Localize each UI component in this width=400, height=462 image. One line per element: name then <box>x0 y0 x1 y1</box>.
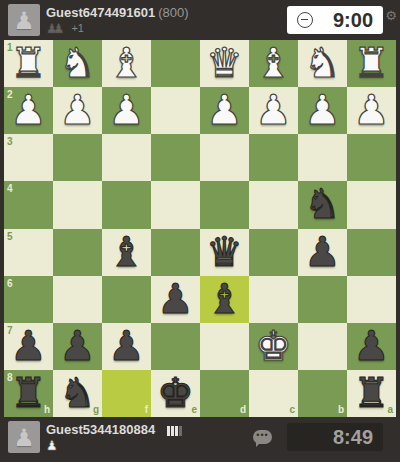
square-c7[interactable]: ♚ <box>249 323 298 370</box>
square-e4[interactable] <box>151 181 200 228</box>
piece-bP-f7[interactable]: ♟ <box>102 323 151 370</box>
file-label-b: b <box>338 404 344 415</box>
square-f2[interactable]: ♟ <box>102 87 151 134</box>
piece-wK-c7[interactable]: ♚ <box>249 323 298 370</box>
connection-signal-icon <box>167 422 183 437</box>
chess-board[interactable]: 1♜♞♝♛♝♞♜2♟♟♟♟♟♟♟34♞5♝♛♟6♟♝7♟♟♟♚♟8h♜g♞fe♚… <box>4 40 396 417</box>
piece-wN-b1[interactable]: ♞ <box>298 40 347 87</box>
clock-icon <box>297 12 313 28</box>
square-g4[interactable] <box>53 181 102 228</box>
piece-bP-a7[interactable]: ♟ <box>347 323 396 370</box>
square-g1[interactable]: ♞ <box>53 40 102 87</box>
square-g8[interactable]: g♞ <box>53 370 102 417</box>
square-e3[interactable] <box>151 134 200 181</box>
piece-bB-d6[interactable]: ♝ <box>200 276 249 323</box>
square-a8[interactable]: a♜ <box>347 370 396 417</box>
piece-bN-b4[interactable]: ♞ <box>298 181 347 228</box>
bottom-player-captured-row: ♟ <box>46 438 58 452</box>
top-player-rating: (800) <box>158 5 188 20</box>
square-d6[interactable]: ♝ <box>200 276 249 323</box>
captured-black-pawn-icon: ♟ <box>53 21 65 36</box>
square-d3[interactable] <box>200 134 249 181</box>
square-g6[interactable] <box>53 276 102 323</box>
square-g7[interactable]: ♟ <box>53 323 102 370</box>
rank-label-6: 6 <box>7 278 13 289</box>
square-d5[interactable]: ♛ <box>200 229 249 276</box>
square-f5[interactable]: ♝ <box>102 229 151 276</box>
piece-bR-h8[interactable]: ♜ <box>4 370 53 417</box>
square-e2[interactable] <box>151 87 200 134</box>
piece-bP-g7[interactable]: ♟ <box>53 323 102 370</box>
piece-wP-d2[interactable]: ♟ <box>200 87 249 134</box>
piece-bP-h7[interactable]: ♟ <box>4 323 53 370</box>
bottom-player-bar: ♟ Guest5344180884 ♟ ••• 8:49 <box>0 417 400 462</box>
piece-bP-b5[interactable]: ♟ <box>298 229 347 276</box>
square-h7[interactable]: 7♟ <box>4 323 53 370</box>
square-h1[interactable]: 1♜ <box>4 40 53 87</box>
piece-wQ-d1[interactable]: ♛ <box>200 40 249 87</box>
piece-wP-b2[interactable]: ♟ <box>298 87 347 134</box>
square-h2[interactable]: 2♟ <box>4 87 53 134</box>
square-c1[interactable]: ♝ <box>249 40 298 87</box>
square-b3[interactable] <box>298 134 347 181</box>
square-d4[interactable] <box>200 181 249 228</box>
square-c5[interactable] <box>249 229 298 276</box>
piece-bP-e6[interactable]: ♟ <box>151 276 200 323</box>
piece-bQ-d5[interactable]: ♛ <box>200 229 249 276</box>
top-player-bar: ♟ Guest6474491601(800) ♟♟ +1 9:00 ⚙ <box>0 0 400 40</box>
square-f1[interactable]: ♝ <box>102 40 151 87</box>
square-h4[interactable]: 4 <box>4 181 53 228</box>
square-g5[interactable] <box>53 229 102 276</box>
bottom-player-avatar[interactable]: ♟ <box>8 421 40 453</box>
piece-wP-c2[interactable]: ♟ <box>249 87 298 134</box>
square-b4[interactable]: ♞ <box>298 181 347 228</box>
square-f7[interactable]: ♟ <box>102 323 151 370</box>
square-a7[interactable]: ♟ <box>347 323 396 370</box>
piece-wB-f1[interactable]: ♝ <box>102 40 151 87</box>
square-b2[interactable]: ♟ <box>298 87 347 134</box>
file-label-c: c <box>289 404 295 415</box>
piece-wP-g2[interactable]: ♟ <box>53 87 102 134</box>
square-h3[interactable]: 3 <box>4 134 53 181</box>
square-e7[interactable] <box>151 323 200 370</box>
piece-wR-a1[interactable]: ♜ <box>347 40 396 87</box>
piece-wB-c1[interactable]: ♝ <box>249 40 298 87</box>
square-h8[interactable]: 8h♜ <box>4 370 53 417</box>
captured-white-pawn-icon: ♟ <box>46 438 58 453</box>
square-h5[interactable]: 5 <box>4 229 53 276</box>
square-d2[interactable]: ♟ <box>200 87 249 134</box>
piece-wP-f2[interactable]: ♟ <box>102 87 151 134</box>
rank-label-4: 4 <box>7 183 13 194</box>
material-advantage: +1 <box>71 22 84 34</box>
top-player-clock: 9:00 <box>287 6 383 34</box>
square-c8[interactable]: c <box>249 370 298 417</box>
square-b8[interactable]: b <box>298 370 347 417</box>
square-b1[interactable]: ♞ <box>298 40 347 87</box>
top-player-avatar[interactable]: ♟ <box>8 4 40 36</box>
piece-wN-g1[interactable]: ♞ <box>53 40 102 87</box>
rank-label-5: 5 <box>7 231 13 242</box>
file-label-f: f <box>145 404 148 415</box>
square-b6[interactable] <box>298 276 347 323</box>
piece-bN-g8[interactable]: ♞ <box>53 370 102 417</box>
chat-bubble-icon[interactable]: ••• <box>253 430 272 444</box>
square-g3[interactable] <box>53 134 102 181</box>
piece-bB-f5[interactable]: ♝ <box>102 229 151 276</box>
top-player-name[interactable]: Guest6474491601 <box>46 5 155 20</box>
bottom-player-name[interactable]: Guest5344180884 <box>46 422 155 437</box>
top-clock-time: 9:00 <box>333 9 373 31</box>
square-f4[interactable] <box>102 181 151 228</box>
square-a1[interactable]: ♜ <box>347 40 396 87</box>
square-c6[interactable] <box>249 276 298 323</box>
file-label-d: d <box>240 404 246 415</box>
piece-wR-h1[interactable]: ♜ <box>4 40 53 87</box>
square-g2[interactable]: ♟ <box>53 87 102 134</box>
square-c3[interactable] <box>249 134 298 181</box>
rank-label-3: 3 <box>7 136 13 147</box>
square-c4[interactable] <box>249 181 298 228</box>
square-a3[interactable] <box>347 134 396 181</box>
square-a5[interactable] <box>347 229 396 276</box>
square-f3[interactable] <box>102 134 151 181</box>
gear-icon[interactable]: ⚙ <box>383 8 399 23</box>
square-d1[interactable]: ♛ <box>200 40 249 87</box>
square-e1[interactable] <box>151 40 200 87</box>
piece-bK-e8[interactable]: ♚ <box>151 370 200 417</box>
square-b5[interactable]: ♟ <box>298 229 347 276</box>
square-f8[interactable]: f <box>102 370 151 417</box>
square-a2[interactable]: ♟ <box>347 87 396 134</box>
square-a6[interactable] <box>347 276 396 323</box>
square-d8[interactable]: d <box>200 370 249 417</box>
square-f6[interactable] <box>102 276 151 323</box>
square-e5[interactable] <box>151 229 200 276</box>
piece-wP-a2[interactable]: ♟ <box>347 87 396 134</box>
square-b7[interactable] <box>298 323 347 370</box>
bottom-player-clock: 8:49 <box>287 423 383 451</box>
piece-bR-a8[interactable]: ♜ <box>347 370 396 417</box>
square-e8[interactable]: e♚ <box>151 370 200 417</box>
square-d7[interactable] <box>200 323 249 370</box>
bottom-clock-time: 8:49 <box>333 426 373 448</box>
square-h6[interactable]: 6 <box>4 276 53 323</box>
square-a4[interactable] <box>347 181 396 228</box>
top-player-captured-row: ♟♟ +1 <box>46 21 84 35</box>
square-c2[interactable]: ♟ <box>249 87 298 134</box>
square-e6[interactable]: ♟ <box>151 276 200 323</box>
piece-wP-h2[interactable]: ♟ <box>4 87 53 134</box>
